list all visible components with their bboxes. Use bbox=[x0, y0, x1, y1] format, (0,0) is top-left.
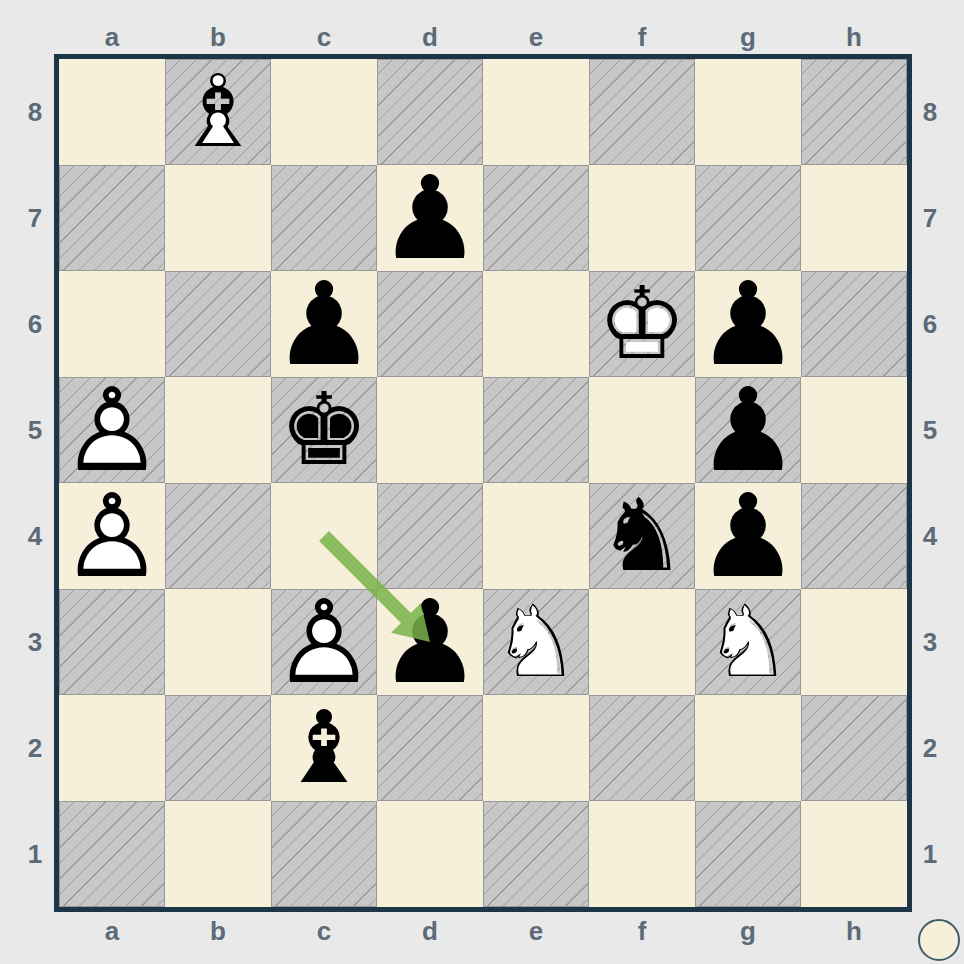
black-pawn-glyph: ♟ bbox=[271, 271, 377, 377]
black-pawn-glyph: ♟ bbox=[695, 271, 801, 377]
square-h4[interactable] bbox=[801, 483, 907, 589]
white-to-move-indicator bbox=[918, 919, 960, 961]
square-g8[interactable] bbox=[695, 59, 801, 165]
rank-label-2-right: 2 bbox=[913, 695, 947, 801]
black-pawn-glyph: ♟ bbox=[377, 589, 483, 695]
square-a3[interactable] bbox=[59, 589, 165, 695]
rank-label-8-left: 8 bbox=[18, 59, 52, 165]
square-b6[interactable] bbox=[165, 271, 271, 377]
piece-black-pawn-d3[interactable]: ♟ bbox=[377, 589, 483, 695]
square-e2[interactable] bbox=[483, 695, 589, 801]
square-e1[interactable] bbox=[483, 801, 589, 907]
square-h7[interactable] bbox=[801, 165, 907, 271]
rank-label-8-right: 8 bbox=[913, 59, 947, 165]
file-label-g-bottom: g bbox=[695, 914, 801, 948]
square-e3[interactable]: ♞♘ bbox=[483, 589, 589, 695]
square-d8[interactable] bbox=[377, 59, 483, 165]
square-b7[interactable] bbox=[165, 165, 271, 271]
square-b3[interactable] bbox=[165, 589, 271, 695]
square-d3[interactable]: ♟ bbox=[377, 589, 483, 695]
square-d6[interactable] bbox=[377, 271, 483, 377]
piece-black-king-c5[interactable]: ♚ bbox=[271, 377, 377, 483]
chess-diagram: aabbccddeeffgghh8877665544332211 ♝♗♟♟♚♔♟… bbox=[0, 0, 964, 964]
square-c4[interactable] bbox=[271, 483, 377, 589]
piece-white-knight-e3[interactable]: ♞♘ bbox=[483, 589, 589, 695]
white-knight-glyph: ♞ bbox=[483, 589, 589, 695]
rank-label-4-left: 4 bbox=[18, 483, 52, 589]
file-label-h-top: h bbox=[801, 20, 907, 54]
square-a2[interactable] bbox=[59, 695, 165, 801]
square-h1[interactable] bbox=[801, 801, 907, 907]
black-bishop-glyph: ♝ bbox=[271, 695, 377, 801]
square-g5[interactable]: ♟ bbox=[695, 377, 801, 483]
square-g2[interactable] bbox=[695, 695, 801, 801]
piece-black-bishop-c2[interactable]: ♝ bbox=[271, 695, 377, 801]
square-e4[interactable] bbox=[483, 483, 589, 589]
square-f6[interactable]: ♚♔ bbox=[589, 271, 695, 377]
rank-label-6-left: 6 bbox=[18, 271, 52, 377]
file-label-e-bottom: e bbox=[483, 914, 589, 948]
white-pawn-glyph: ♟ bbox=[59, 483, 165, 589]
square-a1[interactable] bbox=[59, 801, 165, 907]
square-c8[interactable] bbox=[271, 59, 377, 165]
white-bishop-glyph: ♝ bbox=[165, 59, 271, 165]
black-king-glyph: ♚ bbox=[271, 377, 377, 483]
square-e7[interactable] bbox=[483, 165, 589, 271]
piece-white-pawn-a4[interactable]: ♟♙ bbox=[59, 483, 165, 589]
square-f5[interactable] bbox=[589, 377, 695, 483]
white-pawn-glyph: ♟ bbox=[59, 377, 165, 483]
rank-label-5-right: 5 bbox=[913, 377, 947, 483]
square-a7[interactable] bbox=[59, 165, 165, 271]
piece-black-pawn-g6[interactable]: ♟ bbox=[695, 271, 801, 377]
piece-white-bishop-b8[interactable]: ♝♗ bbox=[165, 59, 271, 165]
rank-label-5-left: 5 bbox=[18, 377, 52, 483]
piece-white-knight-g3[interactable]: ♞♘ bbox=[695, 589, 801, 695]
file-label-g-top: g bbox=[695, 20, 801, 54]
square-d1[interactable] bbox=[377, 801, 483, 907]
square-f2[interactable] bbox=[589, 695, 695, 801]
rank-label-7-right: 7 bbox=[913, 165, 947, 271]
square-c1[interactable] bbox=[271, 801, 377, 907]
white-bishop-outline-glyph: ♗ bbox=[165, 59, 271, 165]
square-b5[interactable] bbox=[165, 377, 271, 483]
square-a8[interactable] bbox=[59, 59, 165, 165]
chess-board: ♝♗♟♟♚♔♟♟♙♚♟♟♙♞♟♟♙♟♞♘♞♘♝ bbox=[54, 54, 912, 912]
square-f7[interactable] bbox=[589, 165, 695, 271]
piece-black-pawn-c6[interactable]: ♟ bbox=[271, 271, 377, 377]
white-pawn-glyph: ♟ bbox=[271, 589, 377, 695]
square-f8[interactable] bbox=[589, 59, 695, 165]
piece-white-pawn-c3[interactable]: ♟♙ bbox=[271, 589, 377, 695]
file-label-a-bottom: a bbox=[59, 914, 165, 948]
square-b2[interactable] bbox=[165, 695, 271, 801]
square-h5[interactable] bbox=[801, 377, 907, 483]
square-f3[interactable] bbox=[589, 589, 695, 695]
rank-label-2-left: 2 bbox=[18, 695, 52, 801]
square-g3[interactable]: ♞♘ bbox=[695, 589, 801, 695]
file-label-e-top: e bbox=[483, 20, 589, 54]
piece-white-pawn-a5[interactable]: ♟♙ bbox=[59, 377, 165, 483]
file-label-d-bottom: d bbox=[377, 914, 483, 948]
square-c2[interactable]: ♝ bbox=[271, 695, 377, 801]
square-h8[interactable] bbox=[801, 59, 907, 165]
piece-black-pawn-d7[interactable]: ♟ bbox=[377, 165, 483, 271]
file-label-b-top: b bbox=[165, 20, 271, 54]
white-pawn-outline-glyph: ♙ bbox=[59, 377, 165, 483]
file-label-b-bottom: b bbox=[165, 914, 271, 948]
white-knight-outline-glyph: ♘ bbox=[483, 589, 589, 695]
piece-white-king-f6[interactable]: ♚♔ bbox=[589, 271, 695, 377]
rank-label-7-left: 7 bbox=[18, 165, 52, 271]
square-c6[interactable]: ♟ bbox=[271, 271, 377, 377]
square-h6[interactable] bbox=[801, 271, 907, 377]
square-e6[interactable] bbox=[483, 271, 589, 377]
file-label-f-bottom: f bbox=[589, 914, 695, 948]
rank-label-6-right: 6 bbox=[913, 271, 947, 377]
file-label-h-bottom: h bbox=[801, 914, 907, 948]
black-knight-glyph: ♞ bbox=[589, 483, 695, 589]
white-king-glyph: ♚ bbox=[589, 271, 695, 377]
white-king-outline-glyph: ♔ bbox=[589, 271, 695, 377]
white-pawn-outline-glyph: ♙ bbox=[59, 483, 165, 589]
square-f4[interactable]: ♞ bbox=[589, 483, 695, 589]
black-pawn-glyph: ♟ bbox=[695, 377, 801, 483]
square-g6[interactable]: ♟ bbox=[695, 271, 801, 377]
square-a6[interactable] bbox=[59, 271, 165, 377]
rank-label-3-right: 3 bbox=[913, 589, 947, 695]
file-label-f-top: f bbox=[589, 20, 695, 54]
square-c3[interactable]: ♟♙ bbox=[271, 589, 377, 695]
file-label-d-top: d bbox=[377, 20, 483, 54]
square-b4[interactable] bbox=[165, 483, 271, 589]
square-d4[interactable] bbox=[377, 483, 483, 589]
square-a4[interactable]: ♟♙ bbox=[59, 483, 165, 589]
white-knight-outline-glyph: ♘ bbox=[695, 589, 801, 695]
piece-black-pawn-g4[interactable]: ♟ bbox=[695, 483, 801, 589]
square-f1[interactable] bbox=[589, 801, 695, 907]
file-label-c-bottom: c bbox=[271, 914, 377, 948]
square-g7[interactable] bbox=[695, 165, 801, 271]
square-b8[interactable]: ♝♗ bbox=[165, 59, 271, 165]
rank-label-1-left: 1 bbox=[18, 801, 52, 907]
square-e5[interactable] bbox=[483, 377, 589, 483]
piece-black-knight-f4[interactable]: ♞ bbox=[589, 483, 695, 589]
white-knight-glyph: ♞ bbox=[695, 589, 801, 695]
square-g4[interactable]: ♟ bbox=[695, 483, 801, 589]
rank-label-3-left: 3 bbox=[18, 589, 52, 695]
square-b1[interactable] bbox=[165, 801, 271, 907]
square-d2[interactable] bbox=[377, 695, 483, 801]
square-e8[interactable] bbox=[483, 59, 589, 165]
square-g1[interactable] bbox=[695, 801, 801, 907]
board-grid: ♝♗♟♟♚♔♟♟♙♚♟♟♙♞♟♟♙♟♞♘♞♘♝ bbox=[59, 59, 907, 907]
white-pawn-outline-glyph: ♙ bbox=[271, 589, 377, 695]
square-c7[interactable] bbox=[271, 165, 377, 271]
square-d5[interactable] bbox=[377, 377, 483, 483]
piece-black-pawn-g5[interactable]: ♟ bbox=[695, 377, 801, 483]
square-d7[interactable]: ♟ bbox=[377, 165, 483, 271]
file-label-a-top: a bbox=[59, 20, 165, 54]
square-h3[interactable] bbox=[801, 589, 907, 695]
rank-label-4-right: 4 bbox=[913, 483, 947, 589]
black-pawn-glyph: ♟ bbox=[695, 483, 801, 589]
square-h2[interactable] bbox=[801, 695, 907, 801]
rank-label-1-right: 1 bbox=[913, 801, 947, 907]
black-pawn-glyph: ♟ bbox=[377, 165, 483, 271]
square-c5[interactable]: ♚ bbox=[271, 377, 377, 483]
file-label-c-top: c bbox=[271, 20, 377, 54]
square-a5[interactable]: ♟♙ bbox=[59, 377, 165, 483]
